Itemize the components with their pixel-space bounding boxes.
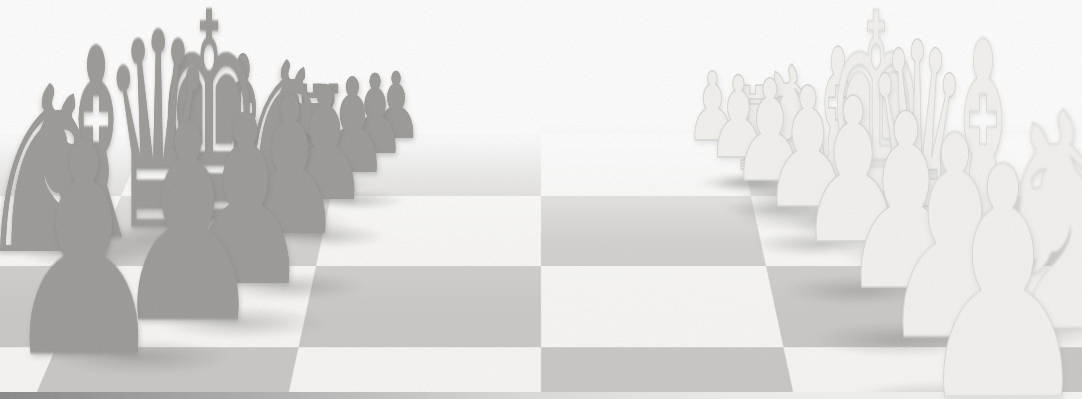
piece-black-p-a7: ♟ bbox=[0, 106, 175, 398]
chess-start-position-photo: ♜♞♝♚♛♝♞♟♟♟♟♟♟♟♟♜♞♝♚♛♝♞♟♟♟♟♟♟♟♟ bbox=[0, 0, 1082, 399]
pieces-layer: ♜♞♝♚♛♝♞♟♟♟♟♟♟♟♟♜♞♝♚♛♝♞♟♟♟♟♟♟♟♟ bbox=[0, 0, 1082, 399]
piece-white-p-a2: ♟ bbox=[904, 125, 1082, 399]
